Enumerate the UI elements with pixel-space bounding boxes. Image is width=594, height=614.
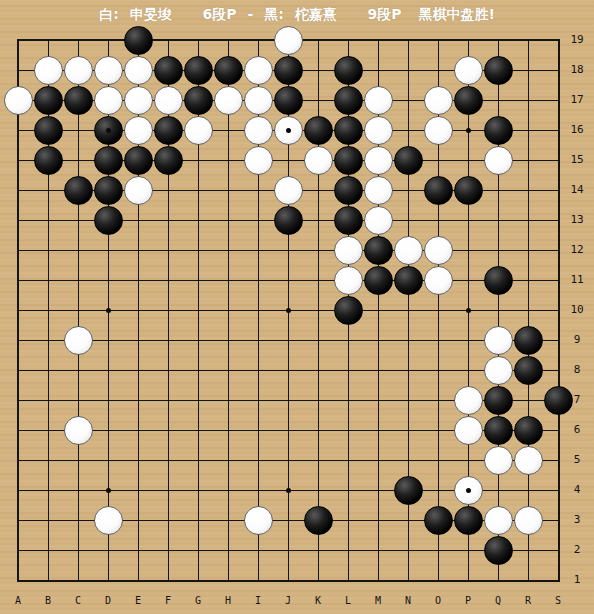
stone-white-L12 bbox=[334, 236, 363, 265]
col-label-K: K bbox=[303, 593, 333, 609]
col-label-D: D bbox=[93, 593, 123, 609]
stone-white-Q5 bbox=[484, 446, 513, 475]
stone-black-C17 bbox=[64, 86, 93, 115]
hoshi-point bbox=[466, 488, 471, 493]
row-label-10: 10 bbox=[562, 295, 592, 325]
stone-white-Q9 bbox=[484, 326, 513, 355]
stone-black-L18 bbox=[334, 56, 363, 85]
stone-black-R9 bbox=[514, 326, 543, 355]
stone-white-P7 bbox=[454, 386, 483, 415]
col-label-G: G bbox=[183, 593, 213, 609]
stone-black-L13 bbox=[334, 206, 363, 235]
row-label-3: 3 bbox=[562, 505, 592, 535]
row-label-19: 19 bbox=[562, 25, 592, 55]
hoshi-point bbox=[106, 308, 111, 313]
stone-black-Q18 bbox=[484, 56, 513, 85]
stone-black-J13 bbox=[274, 206, 303, 235]
stone-black-Q11 bbox=[484, 266, 513, 295]
stone-black-D15 bbox=[94, 146, 123, 175]
stone-black-Q16 bbox=[484, 116, 513, 145]
row-label-1: 1 bbox=[562, 565, 592, 595]
stone-white-I3 bbox=[244, 506, 273, 535]
stone-white-O17 bbox=[424, 86, 453, 115]
stone-white-O16 bbox=[424, 116, 453, 145]
row-label-4: 4 bbox=[562, 475, 592, 505]
stone-black-M11 bbox=[364, 266, 393, 295]
stone-black-F15 bbox=[154, 146, 183, 175]
stone-black-B15 bbox=[34, 146, 63, 175]
col-label-A: A bbox=[3, 593, 33, 609]
col-label-M: M bbox=[363, 593, 393, 609]
row-label-6: 6 bbox=[562, 415, 592, 445]
stone-black-E19 bbox=[124, 26, 153, 55]
stone-black-L10 bbox=[334, 296, 363, 325]
stone-white-Q15 bbox=[484, 146, 513, 175]
stone-white-I16 bbox=[244, 116, 273, 145]
stone-white-L11 bbox=[334, 266, 363, 295]
stone-black-P17 bbox=[454, 86, 483, 115]
row-coordinate-labels: 19181716151413121110987654321 bbox=[562, 25, 592, 595]
stone-white-C6 bbox=[64, 416, 93, 445]
col-label-J: J bbox=[273, 593, 303, 609]
col-label-Q: Q bbox=[483, 593, 513, 609]
stone-black-K16 bbox=[304, 116, 333, 145]
hoshi-point bbox=[106, 488, 111, 493]
col-label-R: R bbox=[513, 593, 543, 609]
col-label-L: L bbox=[333, 593, 363, 609]
stone-black-B16 bbox=[34, 116, 63, 145]
row-label-17: 17 bbox=[562, 85, 592, 115]
stone-white-E17 bbox=[124, 86, 153, 115]
stone-white-I17 bbox=[244, 86, 273, 115]
row-label-16: 16 bbox=[562, 115, 592, 145]
go-game-viewer: 白: 申旻埈 6段P - 黑: 柁嘉熹 9段P 黑棋中盘胜! ABCDEFGHI… bbox=[0, 0, 594, 614]
hoshi-point bbox=[286, 308, 291, 313]
stone-white-N12 bbox=[394, 236, 423, 265]
row-label-13: 13 bbox=[562, 205, 592, 235]
stone-white-P18 bbox=[454, 56, 483, 85]
stone-white-Q8 bbox=[484, 356, 513, 385]
stone-white-H17 bbox=[214, 86, 243, 115]
stone-black-C14 bbox=[64, 176, 93, 205]
stone-black-Q7 bbox=[484, 386, 513, 415]
stone-black-E15 bbox=[124, 146, 153, 175]
stone-black-L17 bbox=[334, 86, 363, 115]
stone-black-R8 bbox=[514, 356, 543, 385]
go-board[interactable]: ABCDEFGHIJKLMNOPQRS 19181716151413121110… bbox=[0, 0, 594, 614]
stone-white-C18 bbox=[64, 56, 93, 85]
stone-black-G17 bbox=[184, 86, 213, 115]
stone-white-D3 bbox=[94, 506, 123, 535]
row-label-2: 2 bbox=[562, 535, 592, 565]
col-label-S: S bbox=[543, 593, 573, 609]
stone-black-R6 bbox=[514, 416, 543, 445]
stone-black-K3 bbox=[304, 506, 333, 535]
stone-white-O11 bbox=[424, 266, 453, 295]
col-label-E: E bbox=[123, 593, 153, 609]
stone-black-B17 bbox=[34, 86, 63, 115]
col-label-F: F bbox=[153, 593, 183, 609]
stone-black-Q6 bbox=[484, 416, 513, 445]
row-label-15: 15 bbox=[562, 145, 592, 175]
stone-white-I18 bbox=[244, 56, 273, 85]
stone-white-A17 bbox=[4, 86, 33, 115]
col-label-P: P bbox=[453, 593, 483, 609]
stone-white-M17 bbox=[364, 86, 393, 115]
stone-black-O14 bbox=[424, 176, 453, 205]
hoshi-point bbox=[466, 128, 471, 133]
stone-black-J18 bbox=[274, 56, 303, 85]
stone-black-G18 bbox=[184, 56, 213, 85]
row-label-9: 9 bbox=[562, 325, 592, 355]
stone-white-M14 bbox=[364, 176, 393, 205]
stone-white-I15 bbox=[244, 146, 273, 175]
stone-white-C9 bbox=[64, 326, 93, 355]
stone-white-B18 bbox=[34, 56, 63, 85]
col-label-C: C bbox=[63, 593, 93, 609]
stone-white-M16 bbox=[364, 116, 393, 145]
stone-black-D13 bbox=[94, 206, 123, 235]
stone-black-Q2 bbox=[484, 536, 513, 565]
stone-black-F16 bbox=[154, 116, 183, 145]
stone-white-R5 bbox=[514, 446, 543, 475]
stone-white-D17 bbox=[94, 86, 123, 115]
stone-black-L16 bbox=[334, 116, 363, 145]
stone-black-N11 bbox=[394, 266, 423, 295]
stone-white-J14 bbox=[274, 176, 303, 205]
stone-black-D14 bbox=[94, 176, 123, 205]
stone-white-R3 bbox=[514, 506, 543, 535]
column-coordinate-labels: ABCDEFGHIJKLMNOPQRS bbox=[3, 593, 573, 609]
stone-black-L14 bbox=[334, 176, 363, 205]
stone-black-H18 bbox=[214, 56, 243, 85]
col-label-O: O bbox=[423, 593, 453, 609]
stone-black-F18 bbox=[154, 56, 183, 85]
stone-black-J17 bbox=[274, 86, 303, 115]
hoshi-point bbox=[106, 128, 111, 133]
col-label-H: H bbox=[213, 593, 243, 609]
hoshi-point bbox=[286, 488, 291, 493]
stone-white-M15 bbox=[364, 146, 393, 175]
stone-black-N4 bbox=[394, 476, 423, 505]
stone-black-P14 bbox=[454, 176, 483, 205]
stone-white-G16 bbox=[184, 116, 213, 145]
stone-white-E18 bbox=[124, 56, 153, 85]
stone-black-M12 bbox=[364, 236, 393, 265]
stone-white-O12 bbox=[424, 236, 453, 265]
col-label-N: N bbox=[393, 593, 423, 609]
row-label-11: 11 bbox=[562, 265, 592, 295]
row-label-5: 5 bbox=[562, 445, 592, 475]
row-label-18: 18 bbox=[562, 55, 592, 85]
stone-white-E16 bbox=[124, 116, 153, 145]
stone-black-N15 bbox=[394, 146, 423, 175]
hoshi-point bbox=[286, 128, 291, 133]
row-label-12: 12 bbox=[562, 235, 592, 265]
hoshi-point bbox=[466, 308, 471, 313]
stone-black-L15 bbox=[334, 146, 363, 175]
stone-white-J19 bbox=[274, 26, 303, 55]
stone-black-P3 bbox=[454, 506, 483, 535]
stone-white-M13 bbox=[364, 206, 393, 235]
row-label-8: 8 bbox=[562, 355, 592, 385]
stone-white-F17 bbox=[154, 86, 183, 115]
col-label-B: B bbox=[33, 593, 63, 609]
stone-black-O3 bbox=[424, 506, 453, 535]
row-label-14: 14 bbox=[562, 175, 592, 205]
stone-white-K15 bbox=[304, 146, 333, 175]
stone-white-P6 bbox=[454, 416, 483, 445]
stone-white-Q3 bbox=[484, 506, 513, 535]
col-label-I: I bbox=[243, 593, 273, 609]
stone-white-D18 bbox=[94, 56, 123, 85]
stone-white-E14 bbox=[124, 176, 153, 205]
row-label-7: 7 bbox=[562, 385, 592, 415]
